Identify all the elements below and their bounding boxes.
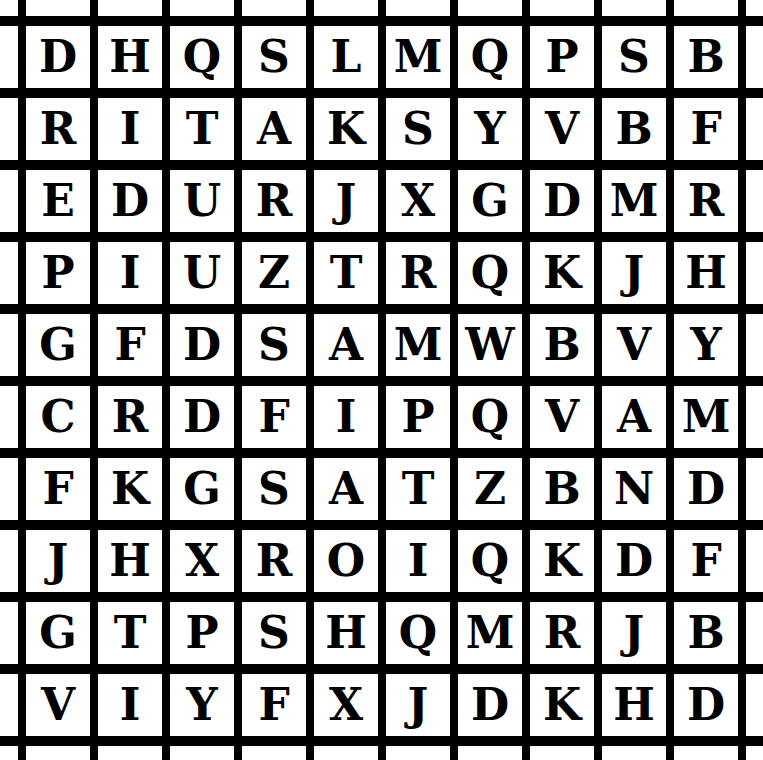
grid-cell-edge-partial: [386, 0, 450, 16]
grid-cell-r6c8[interactable]: V: [530, 386, 594, 448]
grid-cell-r1c1[interactable]: D: [26, 26, 90, 88]
grid-cell-edge-partial: [458, 0, 522, 16]
grid-cell-r8c3[interactable]: X: [170, 530, 234, 592]
grid-cell-r3c2[interactable]: D: [98, 170, 162, 232]
grid-cell-r1c6[interactable]: M: [386, 26, 450, 88]
grid-cell-r7c5[interactable]: A: [314, 458, 378, 520]
grid-cell-edge-partial: [746, 0, 763, 16]
grid-cell-r8c2[interactable]: H: [98, 530, 162, 592]
grid-cell-r1c4[interactable]: S: [242, 26, 306, 88]
grid-cell-edge-partial: [530, 746, 594, 760]
grid-cell-r9c1[interactable]: G: [26, 602, 90, 664]
grid-cell-edge-partial: [458, 746, 522, 760]
grid-cell-r7c8[interactable]: B: [530, 458, 594, 520]
grid-cell-r2c3[interactable]: T: [170, 98, 234, 160]
grid-cell-edge-partial: [242, 746, 306, 760]
grid-cell-edge-partial: [746, 170, 763, 232]
grid-cell-r5c1[interactable]: G: [26, 314, 90, 376]
grid-cell-r3c1[interactable]: E: [26, 170, 90, 232]
grid-cell-edge-partial: [98, 746, 162, 760]
word-search-board: DHQSLMQPSBRITAKSYVBFEDURJXGDMRPIUZTRQKJH…: [0, 0, 763, 760]
grid-cell-r9c9[interactable]: J: [602, 602, 666, 664]
grid-cell-r6c6[interactable]: P: [386, 386, 450, 448]
grid-cell-r3c3[interactable]: U: [170, 170, 234, 232]
grid-cell-r1c9[interactable]: S: [602, 26, 666, 88]
grid-cell-edge-partial: [0, 170, 18, 232]
grid-cell-r6c7[interactable]: Q: [458, 386, 522, 448]
grid-cell-r7c3[interactable]: G: [170, 458, 234, 520]
grid-cell-r3c6[interactable]: X: [386, 170, 450, 232]
grid-cell-edge-partial: [170, 0, 234, 16]
grid-cell-r5c7[interactable]: W: [458, 314, 522, 376]
grid-cell-r2c6[interactable]: S: [386, 98, 450, 160]
grid-cell-r2c2[interactable]: I: [98, 98, 162, 160]
grid-cell-edge-partial: [0, 458, 18, 520]
grid-cell-r2c9[interactable]: B: [602, 98, 666, 160]
grid-cell-r1c3[interactable]: Q: [170, 26, 234, 88]
grid-cell-r2c4[interactable]: A: [242, 98, 306, 160]
grid-cell-edge-partial: [0, 386, 18, 448]
grid-cell-edge-partial: [0, 98, 18, 160]
grid-cell-r8c8[interactable]: K: [530, 530, 594, 592]
grid-cell-r7c6[interactable]: T: [386, 458, 450, 520]
grid-cell-r1c5[interactable]: L: [314, 26, 378, 88]
grid-cell-edge-partial: [746, 386, 763, 448]
grid-cell-r2c10[interactable]: F: [674, 98, 738, 160]
grid-cell-r10c6[interactable]: J: [386, 674, 450, 736]
grid-cell-edge-partial: [0, 242, 18, 304]
grid-cell-r9c5[interactable]: H: [314, 602, 378, 664]
grid-cell-edge-partial: [314, 746, 378, 760]
grid-cell-r9c4[interactable]: S: [242, 602, 306, 664]
grid-cell-r6c1[interactable]: C: [26, 386, 90, 448]
grid-cell-r10c8[interactable]: K: [530, 674, 594, 736]
grid-cell-r10c2[interactable]: I: [98, 674, 162, 736]
grid-cell-edge-partial: [746, 746, 763, 760]
grid-cell-r4c8[interactable]: K: [530, 242, 594, 304]
grid-cell-r4c2[interactable]: I: [98, 242, 162, 304]
grid-cell-r2c7[interactable]: Y: [458, 98, 522, 160]
grid-cell-edge-partial: [242, 0, 306, 16]
grid-cell-r1c8[interactable]: P: [530, 26, 594, 88]
grid-cell-r8c5[interactable]: O: [314, 530, 378, 592]
grid-cell-r6c3[interactable]: D: [170, 386, 234, 448]
word-search-puzzle: DHQSLMQPSBRITAKSYVBFEDURJXGDMRPIUZTRQKJH…: [0, 0, 763, 760]
grid-cell-r3c10[interactable]: R: [674, 170, 738, 232]
grid-cell-r6c4[interactable]: F: [242, 386, 306, 448]
grid-cell-r3c9[interactable]: M: [602, 170, 666, 232]
grid-cell-r4c10[interactable]: H: [674, 242, 738, 304]
grid-cell-r10c5[interactable]: X: [314, 674, 378, 736]
grid-cell-edge-partial: [746, 602, 763, 664]
grid-cell-r9c8[interactable]: R: [530, 602, 594, 664]
grid-cell-edge-partial: [98, 0, 162, 16]
grid-cell-r5c4[interactable]: S: [242, 314, 306, 376]
grid-cell-r5c9[interactable]: V: [602, 314, 666, 376]
grid-cell-r9c7[interactable]: M: [458, 602, 522, 664]
grid-cell-r8c10[interactable]: F: [674, 530, 738, 592]
grid-cell-edge-partial: [0, 0, 18, 16]
grid-cell-r8c9[interactable]: D: [602, 530, 666, 592]
grid-cell-r1c7[interactable]: Q: [458, 26, 522, 88]
grid-cell-r10c3[interactable]: Y: [170, 674, 234, 736]
grid-cell-r4c5[interactable]: T: [314, 242, 378, 304]
grid-cell-r6c5[interactable]: I: [314, 386, 378, 448]
grid-cell-edge-partial: [602, 0, 666, 16]
grid-cell-r10c7[interactable]: D: [458, 674, 522, 736]
grid-cell-r7c4[interactable]: S: [242, 458, 306, 520]
grid-cell-r5c8[interactable]: B: [530, 314, 594, 376]
grid-cell-edge-partial: [746, 98, 763, 160]
grid-cell-r9c2[interactable]: T: [98, 602, 162, 664]
grid-cell-r1c10[interactable]: B: [674, 26, 738, 88]
grid-cell-r8c7[interactable]: Q: [458, 530, 522, 592]
grid-cell-r4c7[interactable]: Q: [458, 242, 522, 304]
grid-cell-edge-partial: [386, 746, 450, 760]
grid-cell-edge-partial: [0, 746, 18, 760]
grid-cell-r4c3[interactable]: U: [170, 242, 234, 304]
grid-cell-edge-partial: [0, 674, 18, 736]
grid-cell-r10c10[interactable]: D: [674, 674, 738, 736]
grid-cell-r9c6[interactable]: Q: [386, 602, 450, 664]
grid-cell-edge-partial: [746, 674, 763, 736]
grid-cell-edge-partial: [0, 314, 18, 376]
grid-cell-r6c2[interactable]: R: [98, 386, 162, 448]
grid-cell-edge-partial: [746, 458, 763, 520]
grid-cell-edge-partial: [530, 0, 594, 16]
grid-cell-r2c5[interactable]: K: [314, 98, 378, 160]
grid-cell-r3c8[interactable]: D: [530, 170, 594, 232]
grid-cell-r7c2[interactable]: K: [98, 458, 162, 520]
grid-cell-r3c4[interactable]: R: [242, 170, 306, 232]
grid-cell-edge-partial: [746, 242, 763, 304]
grid-cell-r2c1[interactable]: R: [26, 98, 90, 160]
grid-cell-r4c4[interactable]: Z: [242, 242, 306, 304]
grid-cell-edge-partial: [674, 0, 738, 16]
grid-cell-r5c2[interactable]: F: [98, 314, 162, 376]
grid-cell-r8c6[interactable]: I: [386, 530, 450, 592]
grid-cell-edge-partial: [0, 26, 18, 88]
grid-cell-edge-partial: [0, 530, 18, 592]
grid-cell-r7c9[interactable]: N: [602, 458, 666, 520]
grid-cell-edge-partial: [746, 314, 763, 376]
grid-cell-edge-partial: [674, 746, 738, 760]
grid-cell-edge-partial: [26, 746, 90, 760]
grid-cell-edge-partial: [170, 746, 234, 760]
grid-cell-r9c3[interactable]: P: [170, 602, 234, 664]
grid-cell-r6c10[interactable]: M: [674, 386, 738, 448]
grid-cell-r8c4[interactable]: R: [242, 530, 306, 592]
grid-cell-r7c10[interactable]: D: [674, 458, 738, 520]
grid-cell-r8c1[interactable]: J: [26, 530, 90, 592]
grid-cell-r7c1[interactable]: F: [26, 458, 90, 520]
grid-cell-r2c8[interactable]: V: [530, 98, 594, 160]
grid-cell-edge-partial: [314, 0, 378, 16]
grid-cell-r5c3[interactable]: D: [170, 314, 234, 376]
grid-cell-r4c6[interactable]: R: [386, 242, 450, 304]
grid-cell-r6c9[interactable]: A: [602, 386, 666, 448]
grid-cell-r5c10[interactable]: Y: [674, 314, 738, 376]
grid-cell-edge-partial: [26, 0, 90, 16]
grid-cell-r10c4[interactable]: F: [242, 674, 306, 736]
grid-cell-r10c1[interactable]: V: [26, 674, 90, 736]
grid-cell-r5c5[interactable]: A: [314, 314, 378, 376]
grid-cell-edge-partial: [602, 746, 666, 760]
grid-cell-r7c7[interactable]: Z: [458, 458, 522, 520]
grid-cell-edge-partial: [746, 26, 763, 88]
grid-cell-r4c1[interactable]: P: [26, 242, 90, 304]
grid-cell-r10c9[interactable]: H: [602, 674, 666, 736]
grid-cell-r3c7[interactable]: G: [458, 170, 522, 232]
grid-cell-r4c9[interactable]: J: [602, 242, 666, 304]
grid-cell-r1c2[interactable]: H: [98, 26, 162, 88]
grid-cell-edge-partial: [746, 530, 763, 592]
grid-cell-r9c10[interactable]: B: [674, 602, 738, 664]
grid-cell-edge-partial: [0, 602, 18, 664]
grid-cell-r5c6[interactable]: M: [386, 314, 450, 376]
grid-cell-r3c5[interactable]: J: [314, 170, 378, 232]
